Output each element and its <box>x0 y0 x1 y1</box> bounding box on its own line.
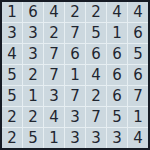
grid-cell-r5c2[interactable]: 1 <box>23 86 43 106</box>
grid-cell-r2c1[interactable]: 3 <box>2 23 22 43</box>
grid-cell-r2c6[interactable]: 1 <box>107 23 127 43</box>
grid-cell-r6c6[interactable]: 5 <box>107 107 127 127</box>
grid-cell-r6c7[interactable]: 1 <box>128 107 148 127</box>
grid-cell-r5c7[interactable]: 7 <box>128 86 148 106</box>
grid-cell-r4c2[interactable]: 2 <box>23 65 43 85</box>
grid-cell-r1c2[interactable]: 6 <box>23 2 43 22</box>
grid-cell-r6c2[interactable]: 2 <box>23 107 43 127</box>
grid-cell-r5c6[interactable]: 6 <box>107 86 127 106</box>
grid-cell-r4c5[interactable]: 4 <box>86 65 106 85</box>
grid-cell-r2c5[interactable]: 5 <box>86 23 106 43</box>
grid-cell-r7c3[interactable]: 1 <box>44 128 64 148</box>
grid-cell-r6c1[interactable]: 2 <box>2 107 22 127</box>
grid-cell-r6c5[interactable]: 7 <box>86 107 106 127</box>
grid-cell-r2c3[interactable]: 2 <box>44 23 64 43</box>
grid-cell-r3c2[interactable]: 3 <box>23 44 43 64</box>
grid-cell-r7c2[interactable]: 5 <box>23 128 43 148</box>
grid-cell-r2c7[interactable]: 6 <box>128 23 148 43</box>
board-grid: 1642244332751643766655271466513726722437… <box>0 0 150 150</box>
grid-cell-r5c3[interactable]: 3 <box>44 86 64 106</box>
grid-cell-r1c4[interactable]: 2 <box>65 2 85 22</box>
grid-cell-r3c3[interactable]: 7 <box>44 44 64 64</box>
grid-cell-r4c3[interactable]: 7 <box>44 65 64 85</box>
grid-cell-r3c5[interactable]: 6 <box>86 44 106 64</box>
grid-cell-r7c7[interactable]: 4 <box>128 128 148 148</box>
grid-cell-r2c2[interactable]: 3 <box>23 23 43 43</box>
grid-cell-r7c6[interactable]: 3 <box>107 128 127 148</box>
grid-cell-r1c6[interactable]: 4 <box>107 2 127 22</box>
grid-cell-r5c5[interactable]: 2 <box>86 86 106 106</box>
grid-cell-r3c4[interactable]: 6 <box>65 44 85 64</box>
grid-cell-r7c4[interactable]: 3 <box>65 128 85 148</box>
grid-cell-r1c3[interactable]: 4 <box>44 2 64 22</box>
grid-cell-r1c7[interactable]: 4 <box>128 2 148 22</box>
grid-cell-r4c7[interactable]: 6 <box>128 65 148 85</box>
grid-cell-r4c1[interactable]: 5 <box>2 65 22 85</box>
grid-cell-r4c4[interactable]: 1 <box>65 65 85 85</box>
grid-cell-r6c4[interactable]: 3 <box>65 107 85 127</box>
grid-cell-r3c6[interactable]: 6 <box>107 44 127 64</box>
grid-cell-r3c1[interactable]: 4 <box>2 44 22 64</box>
grid-cell-r1c1[interactable]: 1 <box>2 2 22 22</box>
grid-cell-r6c3[interactable]: 4 <box>44 107 64 127</box>
grid-cell-r4c6[interactable]: 6 <box>107 65 127 85</box>
grid-cell-r1c5[interactable]: 2 <box>86 2 106 22</box>
grid-cell-r5c4[interactable]: 7 <box>65 86 85 106</box>
grid-cell-r3c7[interactable]: 5 <box>128 44 148 64</box>
grid-cell-r5c1[interactable]: 5 <box>2 86 22 106</box>
grid-cell-r7c1[interactable]: 2 <box>2 128 22 148</box>
grid-cell-r2c4[interactable]: 7 <box>65 23 85 43</box>
grid-cell-r7c5[interactable]: 3 <box>86 128 106 148</box>
